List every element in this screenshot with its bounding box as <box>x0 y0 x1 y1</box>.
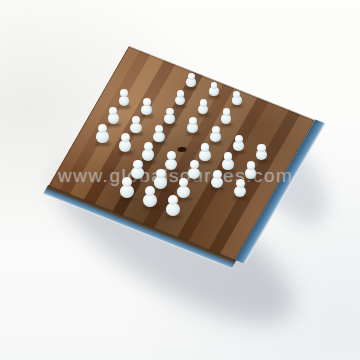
peg-contact-shadow <box>197 113 210 117</box>
product-photo: www.globalsources.com <box>0 0 360 360</box>
peg-base <box>142 149 154 160</box>
peg-head <box>211 82 218 89</box>
peg-head <box>236 179 245 188</box>
peg-head <box>200 99 207 106</box>
peg-head <box>212 126 220 134</box>
peg[interactable] <box>198 99 208 115</box>
peg-head <box>188 73 195 80</box>
peg-head <box>122 177 132 187</box>
peg[interactable] <box>256 144 267 161</box>
empty-hole[interactable] <box>177 147 186 153</box>
peg[interactable] <box>96 124 108 144</box>
peg-head <box>224 152 233 161</box>
peg[interactable] <box>143 186 157 208</box>
peg[interactable] <box>199 143 210 162</box>
peg[interactable] <box>153 125 164 144</box>
peg-head <box>223 108 230 115</box>
peg[interactable] <box>130 116 141 135</box>
peg[interactable] <box>233 135 244 152</box>
peg[interactable] <box>211 170 223 190</box>
peg-head <box>201 143 210 152</box>
peg[interactable] <box>119 89 130 106</box>
peg[interactable] <box>166 195 180 217</box>
peg-head <box>177 90 184 97</box>
peg[interactable] <box>222 152 233 171</box>
peg[interactable] <box>188 160 200 180</box>
peg[interactable] <box>165 151 177 171</box>
peg[interactable] <box>142 142 154 162</box>
peg[interactable] <box>164 108 175 125</box>
peg-contact-shadow <box>233 196 249 200</box>
peg-head <box>156 169 166 179</box>
peg[interactable] <box>232 91 241 106</box>
peg[interactable] <box>209 82 218 97</box>
watermark-text: www.globalsources.com <box>58 165 358 187</box>
peg-head <box>121 133 130 142</box>
peg-head <box>120 89 128 97</box>
peg-base <box>130 123 141 134</box>
peg[interactable] <box>175 90 185 106</box>
peg[interactable] <box>187 117 198 134</box>
peg-head <box>213 170 222 179</box>
peg-head <box>235 135 243 143</box>
peg-base <box>166 203 180 216</box>
peg[interactable] <box>234 179 246 199</box>
peg-base <box>153 132 164 143</box>
peg[interactable] <box>186 73 195 88</box>
peg[interactable] <box>210 126 221 143</box>
peg-base <box>143 194 157 207</box>
peg-head <box>189 117 197 125</box>
peg[interactable] <box>108 107 119 126</box>
peg-base <box>141 105 152 115</box>
peg-head <box>247 161 256 170</box>
peg-base <box>119 140 131 151</box>
peg[interactable] <box>120 177 134 199</box>
peg[interactable] <box>119 133 131 153</box>
peg[interactable] <box>221 108 231 124</box>
peg[interactable] <box>245 161 256 180</box>
peg-base <box>120 185 134 198</box>
peg[interactable] <box>141 98 152 115</box>
peg-base <box>119 96 130 106</box>
peg-head <box>98 124 107 133</box>
peg-head <box>257 144 265 152</box>
peg-head <box>166 108 174 116</box>
peg-head <box>133 160 143 170</box>
peg-base <box>164 114 175 124</box>
